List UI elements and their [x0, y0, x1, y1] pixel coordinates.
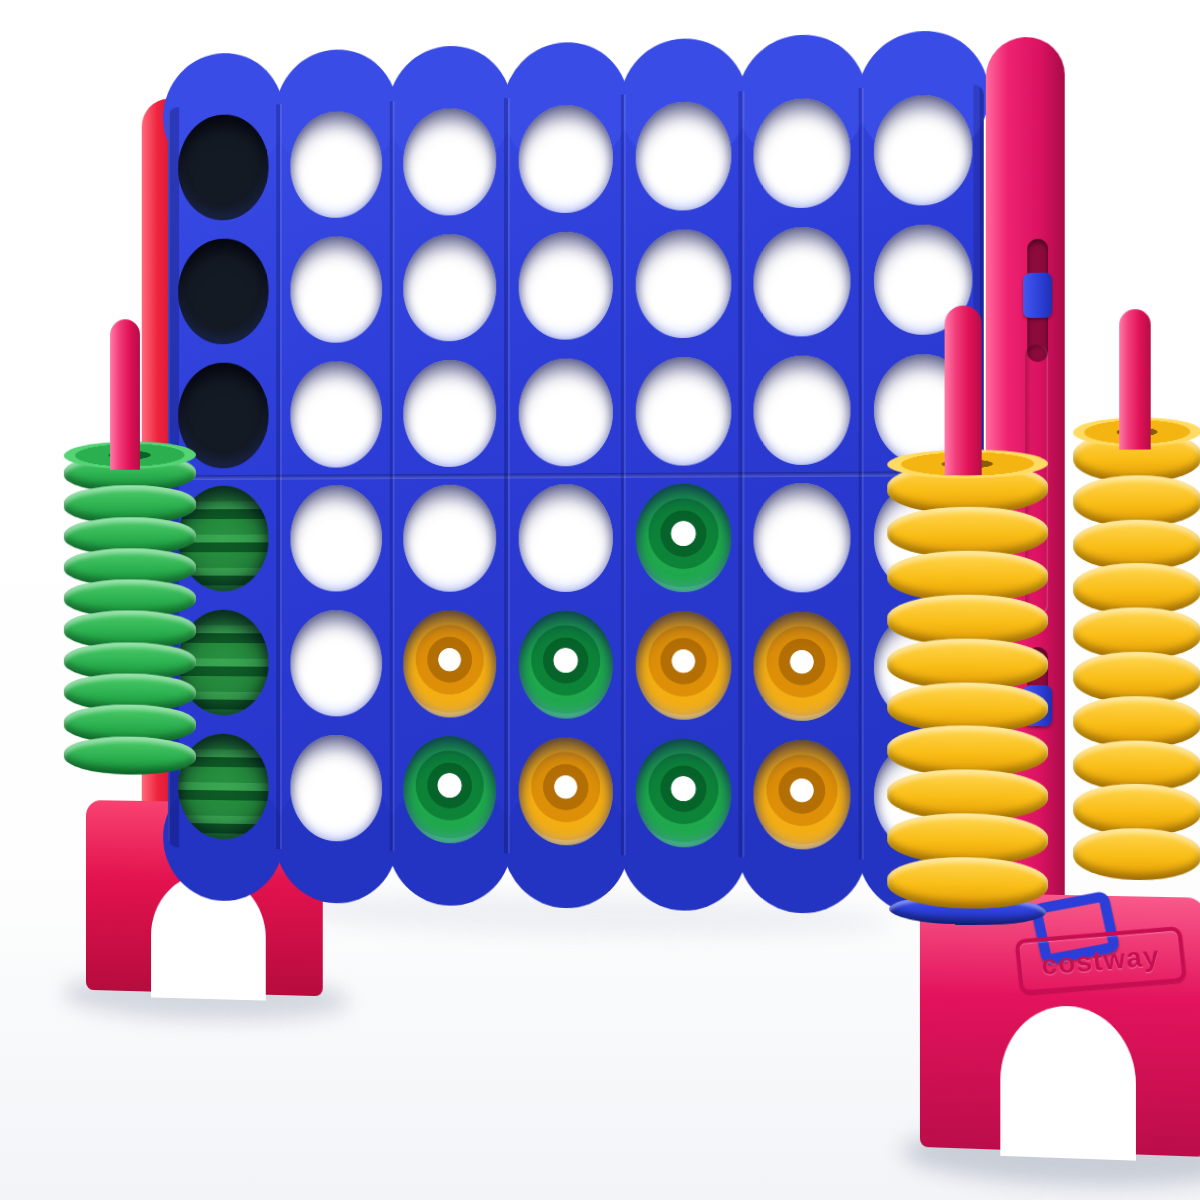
yellow-disc[interactable] — [1073, 828, 1200, 882]
yellow-disc-stack — [887, 462, 1048, 910]
storage-peg-right-back[interactable] — [1071, 293, 1200, 892]
board-column-6[interactable] — [742, 88, 862, 860]
leg-arch-cutout — [1000, 1004, 1136, 1160]
storage-peg-right-front[interactable] — [885, 286, 1050, 923]
peg-rod — [1119, 309, 1151, 450]
peg-rod — [945, 305, 982, 475]
green-disc[interactable] — [64, 736, 196, 776]
drop-zones — [168, 84, 984, 861]
board-column-3[interactable] — [393, 98, 508, 853]
game-set: costway — [29, 0, 1200, 1200]
leg-right: costway — [920, 892, 1200, 1157]
board-column-5[interactable] — [624, 91, 742, 857]
storage-peg-left-front[interactable] — [62, 307, 198, 791]
peg-rod — [110, 319, 140, 470]
board-column-4[interactable] — [508, 95, 624, 856]
yellow-disc[interactable] — [887, 856, 1048, 910]
board — [168, 84, 984, 861]
photo-backdrop: costway — [0, 0, 1200, 1200]
board-column-2[interactable] — [280, 101, 393, 851]
green-disc-stack — [64, 454, 196, 776]
yellow-disc-stack — [1073, 430, 1200, 881]
brand-logo-text: costway — [1040, 940, 1162, 981]
